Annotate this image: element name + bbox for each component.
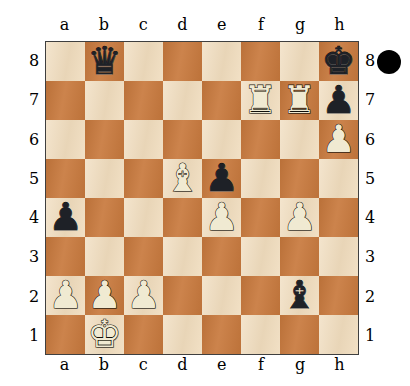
square-b6[interactable] — [85, 120, 124, 159]
square-b5[interactable] — [85, 159, 124, 198]
white-pawn[interactable]: ♟ — [87, 276, 121, 315]
square-a1[interactable] — [46, 315, 85, 354]
square-a5[interactable] — [46, 159, 85, 198]
square-g4[interactable]: ♟ — [280, 198, 319, 237]
square-d3[interactable] — [163, 237, 202, 276]
file-label-b: b — [84, 353, 123, 377]
square-a8[interactable] — [46, 42, 85, 81]
square-c5[interactable] — [124, 159, 163, 198]
white-king[interactable]: ♚ — [87, 315, 121, 354]
white-pawn[interactable]: ♟ — [321, 120, 355, 159]
file-label-g: g — [281, 13, 320, 37]
square-c3[interactable] — [124, 237, 163, 276]
square-d8[interactable] — [163, 42, 202, 81]
white-pawn[interactable]: ♟ — [48, 276, 82, 315]
file-label-d: d — [163, 353, 202, 377]
white-pawn[interactable]: ♟ — [282, 198, 316, 237]
square-a6[interactable] — [46, 120, 85, 159]
square-f6[interactable] — [241, 120, 280, 159]
black-pawn[interactable]: ♟ — [321, 81, 355, 120]
square-d5[interactable]: ♝ — [163, 159, 202, 198]
file-label-c: c — [124, 353, 163, 377]
rank-label-1: 1 — [361, 316, 379, 355]
black-pawn[interactable]: ♟ — [48, 198, 82, 237]
file-label-d: d — [163, 13, 202, 37]
square-e2[interactable] — [202, 276, 241, 315]
file-label-g: g — [281, 353, 320, 377]
square-c1[interactable] — [124, 315, 163, 354]
square-e8[interactable] — [202, 42, 241, 81]
square-f1[interactable] — [241, 315, 280, 354]
black-king[interactable]: ♚ — [321, 42, 355, 81]
square-a4[interactable]: ♟ — [46, 198, 85, 237]
black-bishop[interactable]: ♝ — [282, 276, 316, 315]
file-label-a: a — [45, 13, 84, 37]
rank-label-4: 4 — [361, 198, 379, 237]
square-h5[interactable] — [319, 159, 358, 198]
square-b7[interactable] — [85, 81, 124, 120]
square-a3[interactable] — [46, 237, 85, 276]
square-f7[interactable]: ♜ — [241, 81, 280, 120]
square-b1[interactable]: ♚ — [85, 315, 124, 354]
square-a2[interactable]: ♟ — [46, 276, 85, 315]
chess-board: ♛♚♜♜♟♟♝♟♟♟♟♟♟♟♝♚ — [45, 41, 359, 355]
white-rook[interactable]: ♜ — [243, 81, 277, 120]
white-bishop[interactable]: ♝ — [165, 159, 199, 198]
rank-label-4: 4 — [25, 198, 43, 237]
file-label-h: h — [320, 13, 359, 37]
square-c8[interactable] — [124, 42, 163, 81]
file-label-a: a — [45, 353, 84, 377]
black-queen[interactable]: ♛ — [87, 42, 121, 81]
square-g7[interactable]: ♜ — [280, 81, 319, 120]
square-e3[interactable] — [202, 237, 241, 276]
file-label-f: f — [241, 353, 280, 377]
chess-diagram: abcdefgh 87654321 ♛♚♜♜♟♟♝♟♟♟♟♟♟♟♝♚ 87654… — [0, 0, 410, 386]
square-f3[interactable] — [241, 237, 280, 276]
file-label-b: b — [84, 13, 123, 37]
file-labels-top: abcdefgh — [45, 13, 359, 37]
square-h7[interactable]: ♟ — [319, 81, 358, 120]
rank-label-7: 7 — [25, 80, 43, 119]
black-pawn[interactable]: ♟ — [204, 159, 238, 198]
square-f2[interactable] — [241, 276, 280, 315]
file-label-e: e — [202, 13, 241, 37]
square-h2[interactable] — [319, 276, 358, 315]
square-a7[interactable] — [46, 81, 85, 120]
file-label-e: e — [202, 353, 241, 377]
square-g5[interactable] — [280, 159, 319, 198]
square-c4[interactable] — [124, 198, 163, 237]
square-b2[interactable]: ♟ — [85, 276, 124, 315]
rank-label-5: 5 — [361, 159, 379, 198]
square-h4[interactable] — [319, 198, 358, 237]
white-pawn[interactable]: ♟ — [126, 276, 160, 315]
file-label-h: h — [320, 353, 359, 377]
rank-label-2: 2 — [25, 277, 43, 316]
square-f4[interactable] — [241, 198, 280, 237]
white-rook[interactable]: ♜ — [282, 81, 316, 120]
square-g8[interactable] — [280, 42, 319, 81]
file-labels-bottom: abcdefgh — [45, 353, 359, 377]
rank-label-7: 7 — [361, 80, 379, 119]
rank-label-3: 3 — [25, 237, 43, 276]
rank-label-1: 1 — [25, 316, 43, 355]
square-c2[interactable]: ♟ — [124, 276, 163, 315]
square-e7[interactable] — [202, 81, 241, 120]
square-b4[interactable] — [85, 198, 124, 237]
square-h3[interactable] — [319, 237, 358, 276]
black-to-move-indicator — [377, 50, 401, 74]
rank-label-2: 2 — [361, 277, 379, 316]
square-f5[interactable] — [241, 159, 280, 198]
rank-labels-right: 87654321 — [361, 41, 379, 355]
square-g3[interactable] — [280, 237, 319, 276]
square-c7[interactable] — [124, 81, 163, 120]
square-e4[interactable]: ♟ — [202, 198, 241, 237]
square-f8[interactable] — [241, 42, 280, 81]
white-pawn[interactable]: ♟ — [204, 198, 238, 237]
rank-label-8: 8 — [25, 41, 43, 80]
square-g2[interactable]: ♝ — [280, 276, 319, 315]
square-h8[interactable]: ♚ — [319, 42, 358, 81]
square-h1[interactable] — [319, 315, 358, 354]
square-d2[interactable] — [163, 276, 202, 315]
square-e5[interactable]: ♟ — [202, 159, 241, 198]
square-e1[interactable] — [202, 315, 241, 354]
square-g1[interactable] — [280, 315, 319, 354]
rank-label-6: 6 — [25, 120, 43, 159]
file-label-f: f — [241, 13, 280, 37]
square-g6[interactable] — [280, 120, 319, 159]
file-label-c: c — [124, 13, 163, 37]
square-d6[interactable] — [163, 120, 202, 159]
square-d4[interactable] — [163, 198, 202, 237]
square-e6[interactable] — [202, 120, 241, 159]
square-b8[interactable]: ♛ — [85, 42, 124, 81]
rank-labels-left: 87654321 — [25, 41, 43, 355]
square-c6[interactable] — [124, 120, 163, 159]
rank-label-6: 6 — [361, 120, 379, 159]
square-d7[interactable] — [163, 81, 202, 120]
rank-label-3: 3 — [361, 237, 379, 276]
square-d1[interactable] — [163, 315, 202, 354]
square-b3[interactable] — [85, 237, 124, 276]
square-h6[interactable]: ♟ — [319, 120, 358, 159]
rank-label-5: 5 — [25, 159, 43, 198]
